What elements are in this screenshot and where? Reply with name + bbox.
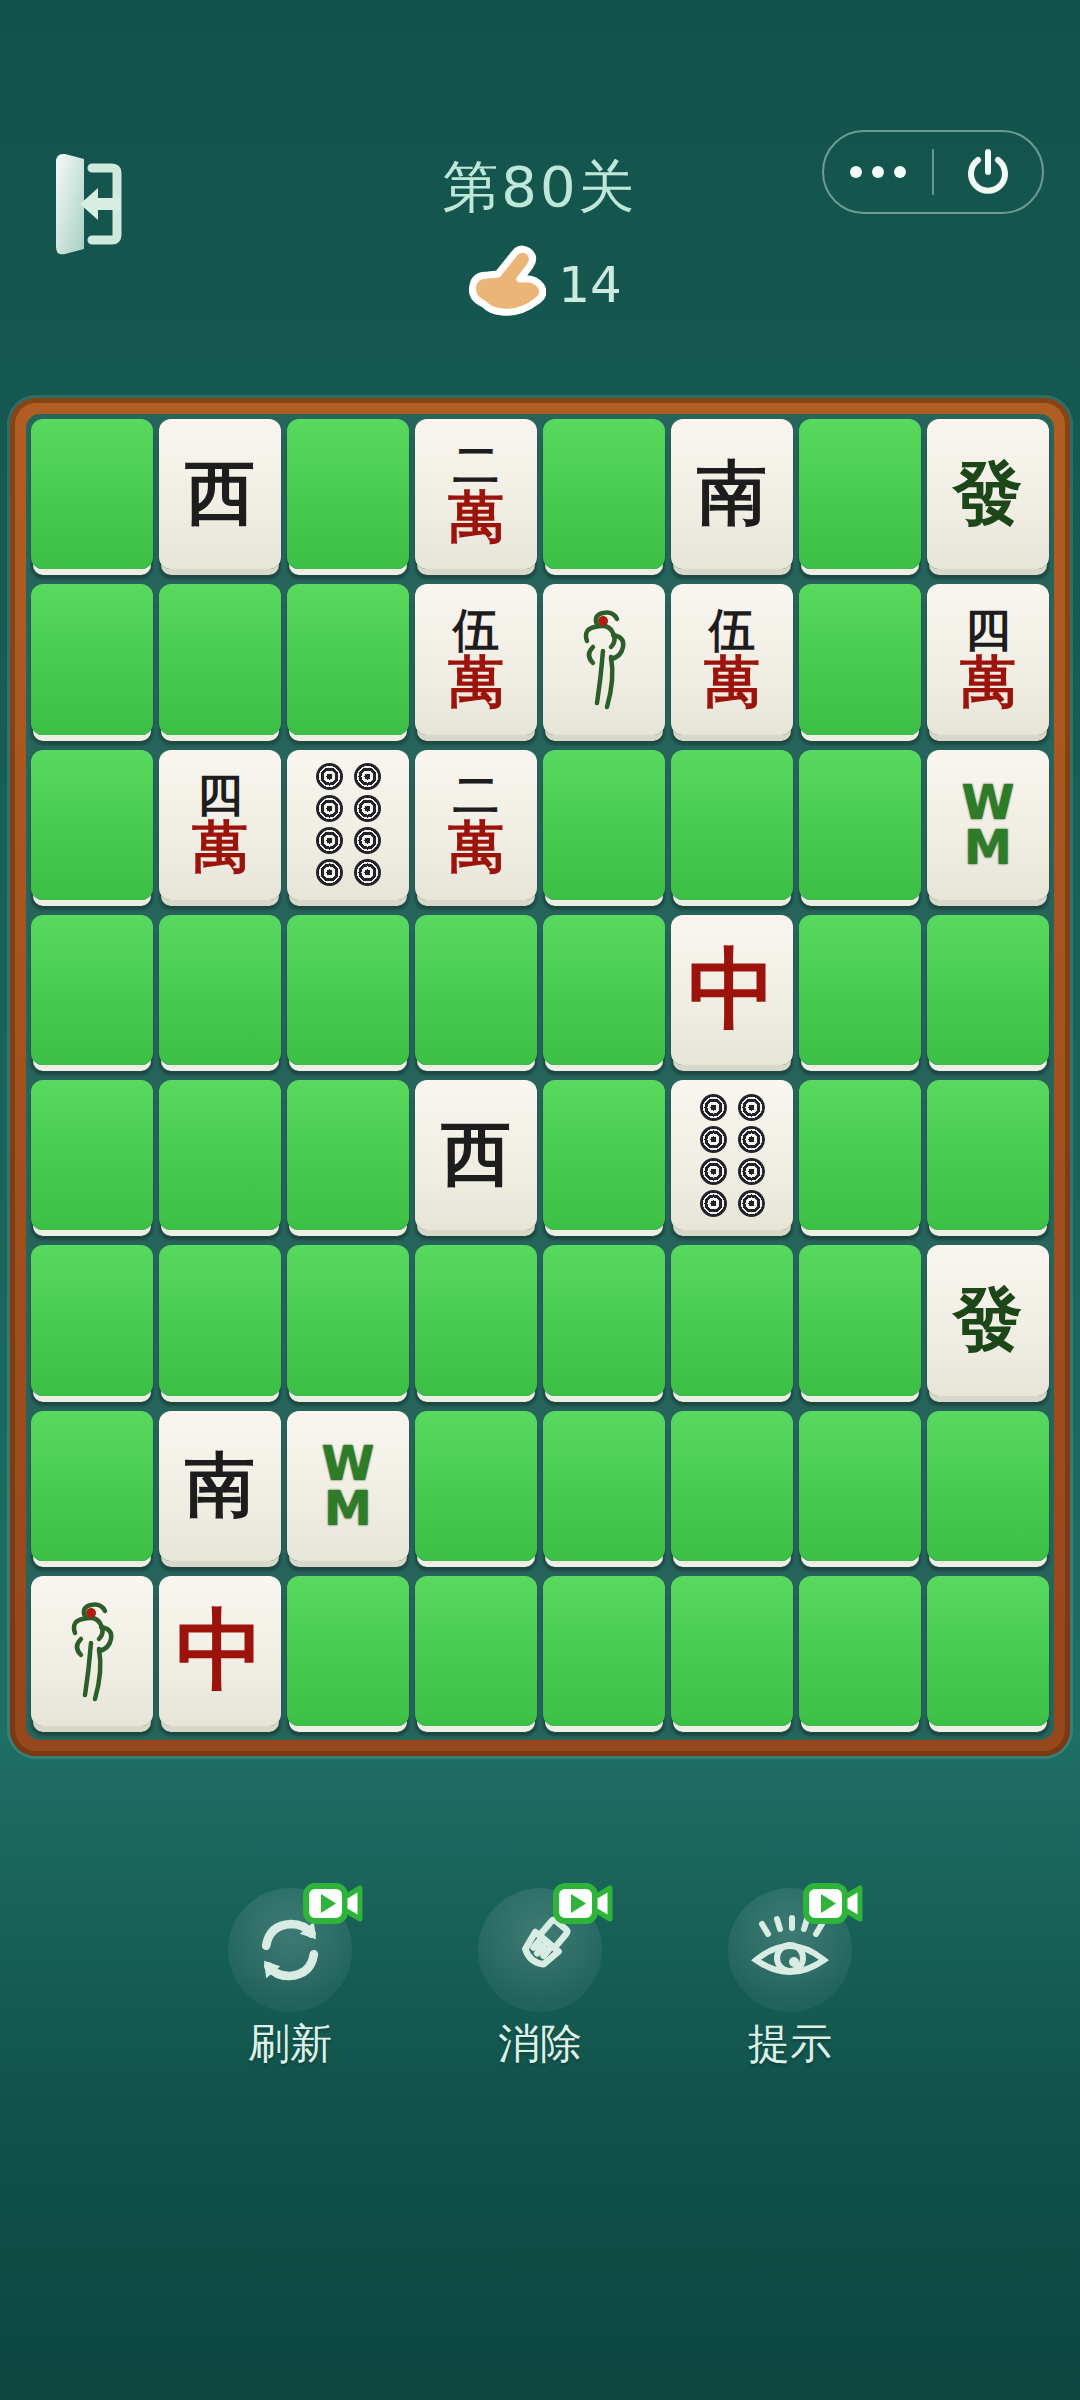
tile-r6c7-back <box>799 1245 921 1395</box>
board-cell-r5c8 <box>927 1080 1049 1239</box>
board-cell-r7c5 <box>543 1411 665 1570</box>
tile-wan-glyph: 萬 <box>704 653 760 712</box>
refresh-ad-badge <box>302 1878 364 1932</box>
menu-pill <box>822 130 1044 214</box>
board-cell-r8c2: 中 <box>159 1576 281 1735</box>
tile-r4c4-back <box>415 915 537 1065</box>
board-cell-r1c6: 南 <box>671 419 793 578</box>
tile-r2c1-back <box>31 584 153 734</box>
tile-r7c4-back <box>415 1411 537 1561</box>
bamboo-stick-glyph: W <box>962 780 1015 824</box>
tile-number-glyph: 伍 <box>453 607 499 653</box>
board-cell-r3c4: 二萬 <box>415 750 537 909</box>
tile-r8c8-back <box>927 1576 1049 1726</box>
hint-button[interactable]: 提示 <box>710 1888 870 2072</box>
tile-glyph: 發 <box>953 447 1023 541</box>
tile-r7c7-back <box>799 1411 921 1561</box>
sparrow-one-bamboo-icon <box>573 607 635 711</box>
tile-r1c7-back <box>799 419 921 569</box>
board-cell-r5c3 <box>287 1080 409 1239</box>
board-cell-r8c8 <box>927 1576 1049 1735</box>
board-cell-r1c7 <box>799 419 921 578</box>
power-icon <box>965 148 1011 196</box>
tile-r5c4-Ww[interactable]: 西 <box>415 1080 537 1230</box>
tile-r8c2-Rd[interactable]: 中 <box>159 1576 281 1726</box>
tile-r1c5-back <box>543 419 665 569</box>
board-cell-r2c3 <box>287 584 409 743</box>
board-cell-r4c4 <box>415 915 537 1074</box>
tile-r4c1-back <box>31 915 153 1065</box>
board-cell-r7c3: WM <box>287 1411 409 1570</box>
tile-r6c5-back <box>543 1245 665 1395</box>
tile-r8c7-back <box>799 1576 921 1726</box>
tile-glyph: 發 <box>953 1273 1023 1367</box>
tile-r5c2-back <box>159 1080 281 1230</box>
board-cell-r1c1 <box>31 419 153 578</box>
board-cell-r7c8 <box>927 1411 1049 1570</box>
tile-number-glyph: 二 <box>453 772 499 818</box>
tile-r6c6-back <box>671 1245 793 1395</box>
tile-number-glyph: 伍 <box>709 607 755 653</box>
hint-ad-badge <box>802 1878 864 1932</box>
refresh-label: 刷新 <box>248 2016 332 2072</box>
tile-r1c2-Ww[interactable]: 西 <box>159 419 281 569</box>
eight-circles-icon <box>316 763 381 886</box>
tile-number-glyph: 二 <box>453 442 499 488</box>
video-ad-badge-icon <box>802 1878 864 1928</box>
board-cell-r7c1 <box>31 1411 153 1570</box>
board-cell-r4c3 <box>287 915 409 1074</box>
tile-r5c5-back <box>543 1080 665 1230</box>
board-cell-r3c8: WM <box>927 750 1049 909</box>
board-cell-r1c3 <box>287 419 409 578</box>
refresh-button[interactable]: 刷新 <box>210 1888 370 2072</box>
tile-number-glyph: 四 <box>965 607 1011 653</box>
board-cell-r7c7 <box>799 1411 921 1570</box>
tile-r7c5-back <box>543 1411 665 1561</box>
board-cell-r3c6 <box>671 750 793 909</box>
board-cell-r5c1 <box>31 1080 153 1239</box>
remove-button[interactable]: 消除 <box>460 1888 620 2072</box>
board-cell-r6c4 <box>415 1245 537 1404</box>
tile-r8c6-back <box>671 1576 793 1726</box>
tile-r1c3-back <box>287 419 409 569</box>
board-cell-r8c7 <box>799 1576 921 1735</box>
tile-glyph: 南 <box>697 447 767 541</box>
tile-r4c7-back <box>799 915 921 1065</box>
board-cell-r6c6 <box>671 1245 793 1404</box>
tile-r4c3-back <box>287 915 409 1065</box>
board-cell-r3c3 <box>287 750 409 909</box>
board-cell-r5c7 <box>799 1080 921 1239</box>
more-button[interactable] <box>824 132 932 212</box>
tile-r1c4-2m[interactable]: 二萬 <box>415 419 537 569</box>
tile-r5c8-back <box>927 1080 1049 1230</box>
tile-r7c3-2s[interactable]: WM <box>287 1411 409 1561</box>
board-cell-r4c5 <box>543 915 665 1074</box>
board-cell-r8c4 <box>415 1576 537 1735</box>
tile-r6c2-back <box>159 1245 281 1395</box>
board-cell-r1c2: 西 <box>159 419 281 578</box>
bamboo-stick-glyph: W <box>322 1441 375 1485</box>
tile-r2c6-5m[interactable]: 伍萬 <box>671 584 793 734</box>
tile-r2c4-5m[interactable]: 伍萬 <box>415 584 537 734</box>
video-ad-badge-icon <box>302 1878 364 1928</box>
tile-r5c1-back <box>31 1080 153 1230</box>
board-cell-r8c6 <box>671 1576 793 1735</box>
board-cell-r2c6: 伍萬 <box>671 584 793 743</box>
tile-r7c6-back <box>671 1411 793 1561</box>
tile-r6c4-back <box>415 1245 537 1395</box>
bamboo-stick-glyph: M <box>324 1486 372 1530</box>
board-cell-r4c6: 中 <box>671 915 793 1074</box>
tile-r3c5-back <box>543 750 665 900</box>
game-screen: 第80关 14 西二萬南發伍萬 伍萬四萬四萬二萬WM中 <box>0 0 1080 2400</box>
action-bar: 刷新 消除 <box>0 1888 1080 2072</box>
tile-r3c3-8p[interactable] <box>287 750 409 900</box>
tile-r7c1-back <box>31 1411 153 1561</box>
board-cell-r5c2 <box>159 1080 281 1239</box>
tile-wan-glyph: 萬 <box>448 653 504 712</box>
tile-number-glyph: 四 <box>197 772 243 818</box>
tile-glyph: 西 <box>185 447 255 541</box>
board-cell-r6c5 <box>543 1245 665 1404</box>
tile-r3c7-back <box>799 750 921 900</box>
board-cell-r2c2 <box>159 584 281 743</box>
tile-r5c3-back <box>287 1080 409 1230</box>
tile-r1c6-Sw[interactable]: 南 <box>671 419 793 569</box>
board-cell-r5c4: 西 <box>415 1080 537 1239</box>
tile-wan-glyph: 萬 <box>192 818 248 877</box>
board-cell-r3c7 <box>799 750 921 909</box>
board-cell-r6c2 <box>159 1245 281 1404</box>
tile-wan-glyph: 萬 <box>448 488 504 547</box>
tile-r5c6-8p[interactable] <box>671 1080 793 1230</box>
board-cell-r2c7 <box>799 584 921 743</box>
tile-r2c7-back <box>799 584 921 734</box>
tile-r2c5-1s[interactable] <box>543 584 665 734</box>
board-cell-r1c4: 二萬 <box>415 419 537 578</box>
board-cell-r3c5 <box>543 750 665 909</box>
sparrow-one-bamboo-icon <box>61 1599 123 1703</box>
board-cell-r5c5 <box>543 1080 665 1239</box>
tile-r6c3-back <box>287 1245 409 1395</box>
tile-r3c4-2m[interactable]: 二萬 <box>415 750 537 900</box>
board-cell-r6c8: 發 <box>927 1245 1049 1404</box>
bamboo-stick-glyph: M <box>964 825 1012 869</box>
eight-circles-icon <box>700 1094 765 1217</box>
board-cell-r2c5 <box>543 584 665 743</box>
remove-ad-badge <box>552 1878 614 1932</box>
board-cell-r6c3 <box>287 1245 409 1404</box>
board-cell-r5c6 <box>671 1080 793 1239</box>
tile-r7c8-back <box>927 1411 1049 1561</box>
board-cell-r8c3 <box>287 1576 409 1735</box>
tile-r4c6-Rd[interactable]: 中 <box>671 915 793 1065</box>
tile-r4c8-back <box>927 915 1049 1065</box>
board-cell-r4c1 <box>31 915 153 1074</box>
hint-label: 提示 <box>748 2016 832 2072</box>
board-cell-r6c1 <box>31 1245 153 1404</box>
tile-r8c4-back <box>415 1576 537 1726</box>
remove-label: 消除 <box>498 2016 582 2072</box>
tile-r2c2-back <box>159 584 281 734</box>
tile-r3c6-back <box>671 750 793 900</box>
tile-glyph: 南 <box>185 1439 255 1533</box>
mahjong-board: 西二萬南發伍萬 伍萬四萬四萬二萬WM中西發南WM 中 <box>10 398 1070 1756</box>
board-cell-r1c5 <box>543 419 665 578</box>
board-cell-r3c1 <box>31 750 153 909</box>
tile-wan-glyph: 萬 <box>448 818 504 877</box>
board-grid: 西二萬南發伍萬 伍萬四萬四萬二萬WM中西發南WM 中 <box>26 414 1054 1740</box>
tile-r6c1-back <box>31 1245 153 1395</box>
board-cell-r7c2: 南 <box>159 1411 281 1570</box>
board-cell-r7c6 <box>671 1411 793 1570</box>
tile-r3c1-back <box>31 750 153 900</box>
power-button[interactable] <box>934 132 1042 212</box>
board-cell-r2c4: 伍萬 <box>415 584 537 743</box>
tile-r8c5-back <box>543 1576 665 1726</box>
board-cell-r4c2 <box>159 915 281 1074</box>
board-cell-r4c7 <box>799 915 921 1074</box>
board-cell-r2c8: 四萬 <box>927 584 1049 743</box>
moves-counter: 14 <box>0 238 1080 332</box>
video-ad-badge-icon <box>552 1878 614 1928</box>
tile-r3c8-2s[interactable]: WM <box>927 750 1049 900</box>
tile-r5c7-back <box>799 1080 921 1230</box>
tile-r2c3-back <box>287 584 409 734</box>
board-cell-r4c8 <box>927 915 1049 1074</box>
tile-r8c3-back <box>287 1576 409 1726</box>
tile-r7c2-Sw[interactable]: 南 <box>159 1411 281 1561</box>
board-cell-r1c8: 發 <box>927 419 1049 578</box>
board-cell-r3c2: 四萬 <box>159 750 281 909</box>
tile-r2c8-4m[interactable]: 四萬 <box>927 584 1049 734</box>
moves-left-value: 14 <box>558 256 622 314</box>
tile-r3c2-4m[interactable]: 四萬 <box>159 750 281 900</box>
board-cell-r6c7 <box>799 1245 921 1404</box>
tile-r8c1-1s[interactable] <box>31 1576 153 1726</box>
tap-hand-icon <box>458 238 546 332</box>
tile-r6c8-Fd[interactable]: 發 <box>927 1245 1049 1395</box>
board-cell-r2c1 <box>31 584 153 743</box>
tile-r4c5-back <box>543 915 665 1065</box>
tile-glyph: 中 <box>688 930 776 1049</box>
more-dots-icon <box>850 166 906 178</box>
tile-wan-glyph: 萬 <box>960 653 1016 712</box>
tile-glyph: 中 <box>176 1591 264 1710</box>
tile-r4c2-back <box>159 915 281 1065</box>
tile-r1c8-Fd[interactable]: 發 <box>927 419 1049 569</box>
tile-r1c1-back <box>31 419 153 569</box>
board-cell-r8c1 <box>31 1576 153 1735</box>
board-cell-r7c4 <box>415 1411 537 1570</box>
tile-glyph: 西 <box>441 1108 511 1202</box>
board-cell-r8c5 <box>543 1576 665 1735</box>
